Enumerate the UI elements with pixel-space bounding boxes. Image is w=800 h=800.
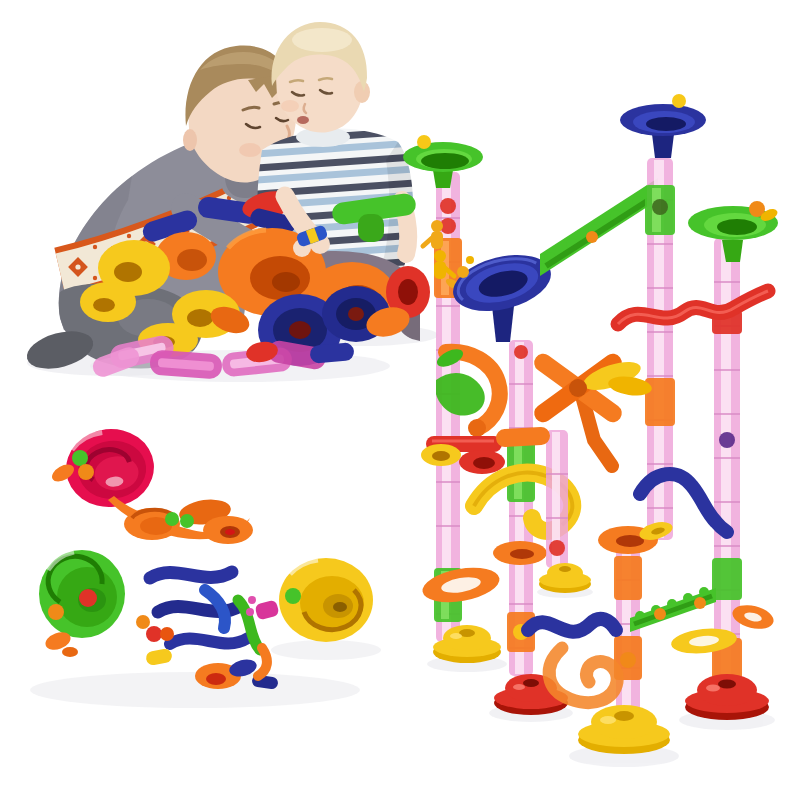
younger-boy-hair-sheen xyxy=(292,28,352,52)
flat-run-shadow xyxy=(30,672,360,708)
marble-green-in-yellow-bowl xyxy=(285,588,301,604)
marble-red-in-short-column xyxy=(549,540,565,556)
younger-boy-mouth xyxy=(297,116,309,124)
navy-wave-track-1 xyxy=(150,572,232,578)
younger-boy-blush xyxy=(281,100,299,112)
flat-run-shadow-right xyxy=(271,640,381,660)
marble-orange-on-crimson xyxy=(78,464,94,480)
marble-dark-in-column3 xyxy=(652,199,668,215)
tower-short-column xyxy=(546,430,568,568)
older-boy-ear xyxy=(183,129,197,151)
side-red-funnel xyxy=(459,450,505,474)
marble-orange-on-zigzag-1 xyxy=(654,608,666,620)
pile-yellow-bowl xyxy=(80,282,136,322)
orange-disc-bottom-hub xyxy=(206,673,226,685)
marble-run-product-photo xyxy=(0,0,800,800)
navy-wave-track-3 xyxy=(170,638,248,644)
marble-orangered-middle xyxy=(160,627,174,641)
marble-red-middle xyxy=(146,626,162,642)
marble-yellow-on-navy-funnel xyxy=(672,94,686,108)
marble-orange-on-zigzag-2 xyxy=(694,597,706,609)
marble-purple-in-column4 xyxy=(719,432,735,448)
orange-ring-column-2 xyxy=(493,541,547,565)
marble-orange-in-column3-lower xyxy=(620,652,636,668)
marble-green-track-2 xyxy=(180,514,194,528)
green-spiral-bowl xyxy=(39,550,125,638)
older-boy-blush xyxy=(239,143,261,157)
marble-orange-in-green-bowl xyxy=(48,604,64,620)
marble-orange-middle xyxy=(136,615,150,629)
orange-bit-below-green-bowl xyxy=(62,647,78,657)
marble-red-in-column-1 xyxy=(440,198,456,214)
photo-canvas xyxy=(0,0,800,800)
side-yellow-ring xyxy=(421,444,461,466)
orange-horizontal-tube xyxy=(496,427,551,448)
marble-red-in-column2 xyxy=(514,345,528,359)
marble-red-in-green-bowl xyxy=(79,589,97,607)
marble-green-on-crimson xyxy=(72,450,88,466)
yellow-spiral-bowl xyxy=(279,558,373,642)
marble-green-track-1 xyxy=(165,512,179,526)
marble-orange-on-stairs xyxy=(586,231,598,243)
marble-yellow-on-green-funnel xyxy=(417,135,431,149)
